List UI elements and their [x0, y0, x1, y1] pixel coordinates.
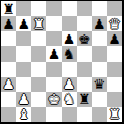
square-d7[interactable]: [46, 16, 61, 31]
square-g8[interactable]: [92, 1, 107, 16]
square-a1[interactable]: [1, 107, 16, 122]
black-pawn[interactable]: ♟: [93, 17, 106, 31]
square-g6[interactable]: [92, 31, 107, 46]
square-e2[interactable]: ♞: [62, 92, 77, 107]
square-e1[interactable]: [62, 107, 77, 122]
black-queen[interactable]: ♛: [93, 77, 106, 91]
white-queen[interactable]: ♛: [108, 17, 121, 31]
square-d5[interactable]: ♟: [46, 46, 61, 61]
square-g4[interactable]: [92, 62, 107, 77]
square-d4[interactable]: [46, 62, 61, 77]
square-h2[interactable]: [107, 92, 122, 107]
square-h7[interactable]: ♛: [107, 16, 122, 31]
square-c8[interactable]: [31, 1, 46, 16]
square-a8[interactable]: ♜: [1, 1, 16, 16]
square-h5[interactable]: [107, 46, 122, 61]
square-c5[interactable]: [31, 46, 46, 61]
square-a6[interactable]: [1, 31, 16, 46]
square-f6[interactable]: ♚: [77, 31, 92, 46]
square-g5[interactable]: [92, 46, 107, 61]
black-rook[interactable]: ♜: [2, 2, 15, 16]
black-rook[interactable]: ♜: [78, 92, 91, 106]
square-b5[interactable]: [16, 46, 31, 61]
white-rook[interactable]: ♜: [108, 107, 121, 121]
square-a4[interactable]: [1, 62, 16, 77]
square-g1[interactable]: [92, 107, 107, 122]
square-b1[interactable]: ♝: [16, 107, 31, 122]
white-king[interactable]: ♚: [48, 92, 61, 106]
square-d1[interactable]: [46, 107, 61, 122]
square-e8[interactable]: [62, 1, 77, 16]
square-a2[interactable]: [1, 92, 16, 107]
square-h3[interactable]: [107, 77, 122, 92]
square-e3[interactable]: ♟: [62, 77, 77, 92]
square-c3[interactable]: [31, 77, 46, 92]
black-pawn[interactable]: ♟: [63, 32, 76, 46]
square-b3[interactable]: [16, 77, 31, 92]
square-f5[interactable]: [77, 46, 92, 61]
square-e6[interactable]: ♟: [62, 31, 77, 46]
square-c7[interactable]: ♜: [31, 16, 46, 31]
square-c2[interactable]: [31, 92, 46, 107]
black-king[interactable]: ♚: [78, 32, 91, 46]
white-pawn[interactable]: ♟: [17, 92, 30, 106]
square-e7[interactable]: [62, 16, 77, 31]
square-b7[interactable]: ♟: [16, 16, 31, 31]
black-pawn[interactable]: ♟: [17, 17, 30, 31]
square-f1[interactable]: [77, 107, 92, 122]
square-h8[interactable]: [107, 1, 122, 16]
white-rook[interactable]: ♜: [33, 17, 46, 31]
square-c1[interactable]: [31, 107, 46, 122]
square-f8[interactable]: [77, 1, 92, 16]
square-d3[interactable]: [46, 77, 61, 92]
square-f7[interactable]: [77, 16, 92, 31]
square-d6[interactable]: [46, 31, 61, 46]
square-a7[interactable]: ♟: [1, 16, 16, 31]
square-e4[interactable]: [62, 62, 77, 77]
square-g2[interactable]: [92, 92, 107, 107]
square-f4[interactable]: [77, 62, 92, 77]
white-pawn[interactable]: ♟: [63, 77, 76, 91]
white-knight[interactable]: ♞: [63, 92, 76, 106]
square-g3[interactable]: ♛: [92, 77, 107, 92]
black-pawn[interactable]: ♟: [48, 47, 61, 61]
square-c6[interactable]: [31, 31, 46, 46]
square-g7[interactable]: ♟: [92, 16, 107, 31]
square-h1[interactable]: ♜: [107, 107, 122, 122]
square-b8[interactable]: [16, 1, 31, 16]
white-bishop[interactable]: ♝: [17, 107, 30, 121]
square-f2[interactable]: ♜: [77, 92, 92, 107]
square-b4[interactable]: [16, 62, 31, 77]
white-pawn[interactable]: ♟: [2, 77, 15, 91]
square-a3[interactable]: ♟: [1, 77, 16, 92]
black-knight[interactable]: ♞: [63, 47, 76, 61]
chess-board: ♜♟♟♜♟♛♟♚♟♟♞♟♟♛♟♚♞♜♝♜: [0, 0, 124, 124]
square-d2[interactable]: ♚: [46, 92, 61, 107]
square-f3[interactable]: [77, 77, 92, 92]
black-pawn[interactable]: ♟: [2, 17, 15, 31]
square-h6[interactable]: ♟: [107, 31, 122, 46]
square-a5[interactable]: [1, 46, 16, 61]
square-e5[interactable]: ♞: [62, 46, 77, 61]
black-pawn[interactable]: ♟: [108, 32, 121, 46]
square-h4[interactable]: [107, 62, 122, 77]
square-d8[interactable]: [46, 1, 61, 16]
square-c4[interactable]: [31, 62, 46, 77]
square-b6[interactable]: [16, 31, 31, 46]
square-b2[interactable]: ♟: [16, 92, 31, 107]
